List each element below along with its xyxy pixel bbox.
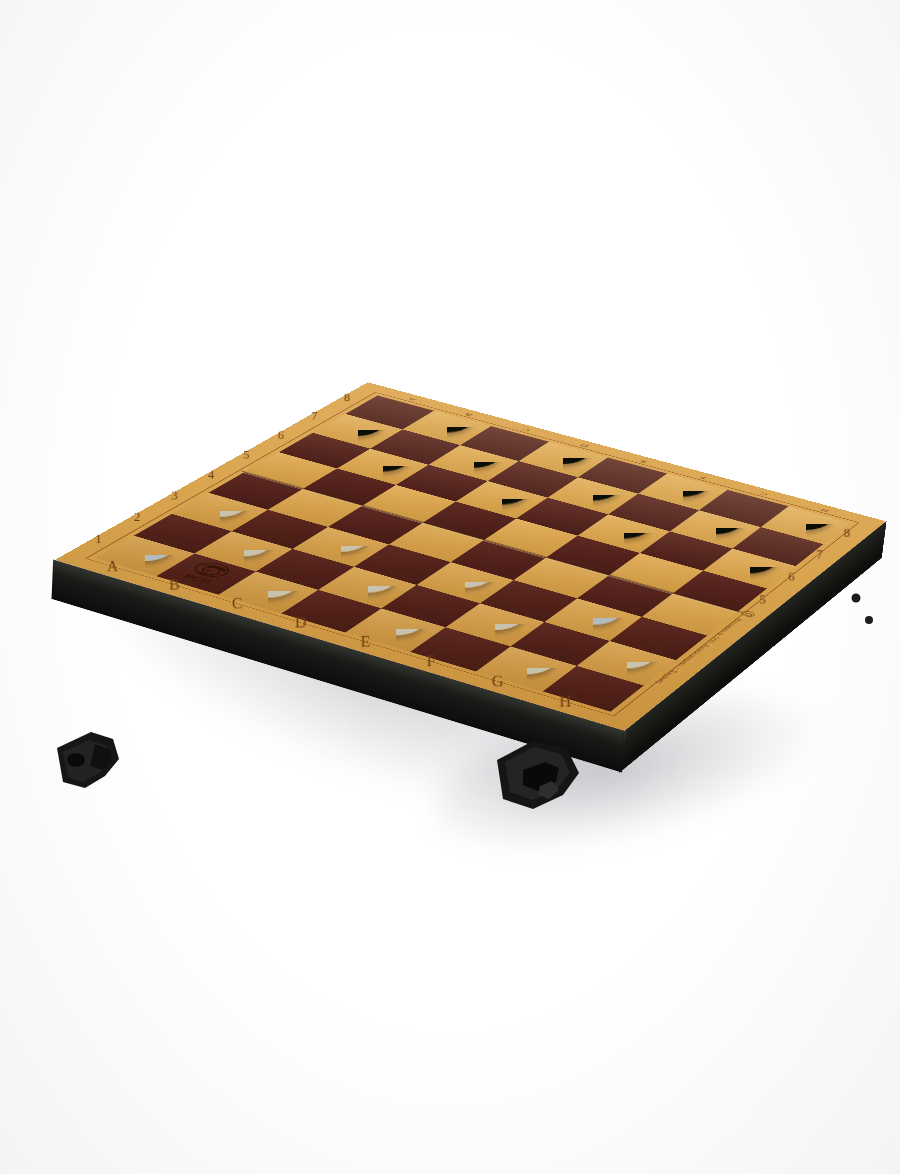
checker-top — [338, 536, 398, 578]
checker-top — [465, 572, 526, 615]
checker-top — [214, 500, 273, 542]
checker-top — [312, 496, 371, 537]
product-photo-checkers-board: ВСП Изготовитель: ООО «Владспортпром», г… — [0, 0, 900, 1174]
checker-top — [238, 540, 298, 583]
checkers-board: ВСП Изготовитель: ООО «Владспортпром», г… — [55, 382, 886, 730]
perspective-scene: ВСП Изготовитель: ООО «Владспортпром», г… — [0, 0, 900, 1174]
checker-top — [436, 531, 496, 573]
brand-logo-text: ВСП — [182, 573, 215, 585]
far-file-label-a: A — [406, 397, 417, 402]
far-file-label-g: G — [758, 491, 769, 496]
far-file-label-c: C — [521, 428, 532, 433]
checker-top — [596, 610, 658, 654]
checker-top — [115, 505, 175, 547]
checker-top — [563, 567, 623, 610]
checker-top — [365, 577, 426, 620]
checker-top — [721, 518, 779, 559]
far-file-label-e: E — [638, 459, 648, 464]
checker-top — [495, 615, 557, 659]
